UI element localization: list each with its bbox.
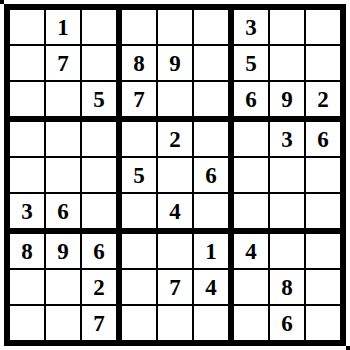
cell-r8c2[interactable] bbox=[46, 270, 80, 304]
cell-r4c2[interactable] bbox=[46, 122, 80, 156]
cell-r9c2[interactable] bbox=[46, 306, 80, 340]
cell-r9c9[interactable] bbox=[306, 306, 340, 340]
cell-r4c5: 2 bbox=[158, 122, 192, 156]
sudoku-board: 137895576922365636489614274876 bbox=[4, 4, 346, 346]
cell-r6c1: 3 bbox=[10, 194, 44, 228]
cell-r2c7: 5 bbox=[234, 46, 268, 80]
cell-r2c1[interactable] bbox=[10, 46, 44, 80]
cell-r4c3[interactable] bbox=[82, 122, 116, 156]
cell-r7c1: 8 bbox=[10, 234, 44, 268]
cell-r1c9[interactable] bbox=[306, 10, 340, 44]
cell-r3c1[interactable] bbox=[10, 82, 44, 116]
cell-r4c4[interactable] bbox=[122, 122, 156, 156]
cell-r1c2: 1 bbox=[46, 10, 80, 44]
cell-r1c4[interactable] bbox=[122, 10, 156, 44]
cell-r3c3: 5 bbox=[82, 82, 116, 116]
cell-r9c5[interactable] bbox=[158, 306, 192, 340]
cell-r9c3: 7 bbox=[82, 306, 116, 340]
cell-r2c5: 9 bbox=[158, 46, 192, 80]
cell-r3c8: 9 bbox=[270, 82, 304, 116]
cell-r8c5: 7 bbox=[158, 270, 192, 304]
cell-r5c5[interactable] bbox=[158, 158, 192, 192]
cell-r4c8: 3 bbox=[270, 122, 304, 156]
cell-r1c6[interactable] bbox=[194, 10, 228, 44]
cell-r1c8[interactable] bbox=[270, 10, 304, 44]
cell-r1c1[interactable] bbox=[10, 10, 44, 44]
cell-r5c6: 6 bbox=[194, 158, 228, 192]
cell-r6c6[interactable] bbox=[194, 194, 228, 228]
cell-r9c6[interactable] bbox=[194, 306, 228, 340]
cell-r7c6: 1 bbox=[194, 234, 228, 268]
cell-r4c6[interactable] bbox=[194, 122, 228, 156]
cell-r8c7[interactable] bbox=[234, 270, 268, 304]
cell-r9c8: 6 bbox=[270, 306, 304, 340]
cell-r8c1[interactable] bbox=[10, 270, 44, 304]
cell-r5c9[interactable] bbox=[306, 158, 340, 192]
cell-r2c3[interactable] bbox=[82, 46, 116, 80]
cell-r3c7: 6 bbox=[234, 82, 268, 116]
cell-r8c4[interactable] bbox=[122, 270, 156, 304]
corner-mark-bottom-right bbox=[346, 346, 350, 350]
cell-r3c2[interactable] bbox=[46, 82, 80, 116]
cell-r6c3[interactable] bbox=[82, 194, 116, 228]
cell-r1c5[interactable] bbox=[158, 10, 192, 44]
cell-r6c2: 6 bbox=[46, 194, 80, 228]
cell-r6c8[interactable] bbox=[270, 194, 304, 228]
cell-r6c4[interactable] bbox=[122, 194, 156, 228]
cell-r2c2: 7 bbox=[46, 46, 80, 80]
cell-r2c9[interactable] bbox=[306, 46, 340, 80]
cell-r8c8: 8 bbox=[270, 270, 304, 304]
cell-r6c9[interactable] bbox=[306, 194, 340, 228]
cell-r7c3: 6 bbox=[82, 234, 116, 268]
cell-r4c1[interactable] bbox=[10, 122, 44, 156]
cell-r1c7: 3 bbox=[234, 10, 268, 44]
cell-r3c5[interactable] bbox=[158, 82, 192, 116]
cell-r6c7[interactable] bbox=[234, 194, 268, 228]
sudoku-image: 137895576922365636489614274876 bbox=[0, 0, 350, 350]
cell-r4c9: 6 bbox=[306, 122, 340, 156]
cell-r9c4[interactable] bbox=[122, 306, 156, 340]
cell-r7c9[interactable] bbox=[306, 234, 340, 268]
cell-r7c2: 9 bbox=[46, 234, 80, 268]
cell-r3c6[interactable] bbox=[194, 82, 228, 116]
cell-r5c8[interactable] bbox=[270, 158, 304, 192]
cell-r5c4: 5 bbox=[122, 158, 156, 192]
cell-r8c3: 2 bbox=[82, 270, 116, 304]
cell-r6c5: 4 bbox=[158, 194, 192, 228]
cell-r5c7[interactable] bbox=[234, 158, 268, 192]
cell-r3c4: 7 bbox=[122, 82, 156, 116]
cell-r7c7: 4 bbox=[234, 234, 268, 268]
cell-r2c8[interactable] bbox=[270, 46, 304, 80]
cell-r8c6: 4 bbox=[194, 270, 228, 304]
cell-r1c3[interactable] bbox=[82, 10, 116, 44]
cell-r2c6[interactable] bbox=[194, 46, 228, 80]
cell-r7c4[interactable] bbox=[122, 234, 156, 268]
cell-r2c4: 8 bbox=[122, 46, 156, 80]
cell-r5c2[interactable] bbox=[46, 158, 80, 192]
cell-r7c5[interactable] bbox=[158, 234, 192, 268]
cell-r4c7[interactable] bbox=[234, 122, 268, 156]
cell-r8c9[interactable] bbox=[306, 270, 340, 304]
cell-r9c1[interactable] bbox=[10, 306, 44, 340]
cell-r5c3[interactable] bbox=[82, 158, 116, 192]
cell-r9c7[interactable] bbox=[234, 306, 268, 340]
cell-r7c8[interactable] bbox=[270, 234, 304, 268]
cell-r5c1[interactable] bbox=[10, 158, 44, 192]
cell-r3c9: 2 bbox=[306, 82, 340, 116]
